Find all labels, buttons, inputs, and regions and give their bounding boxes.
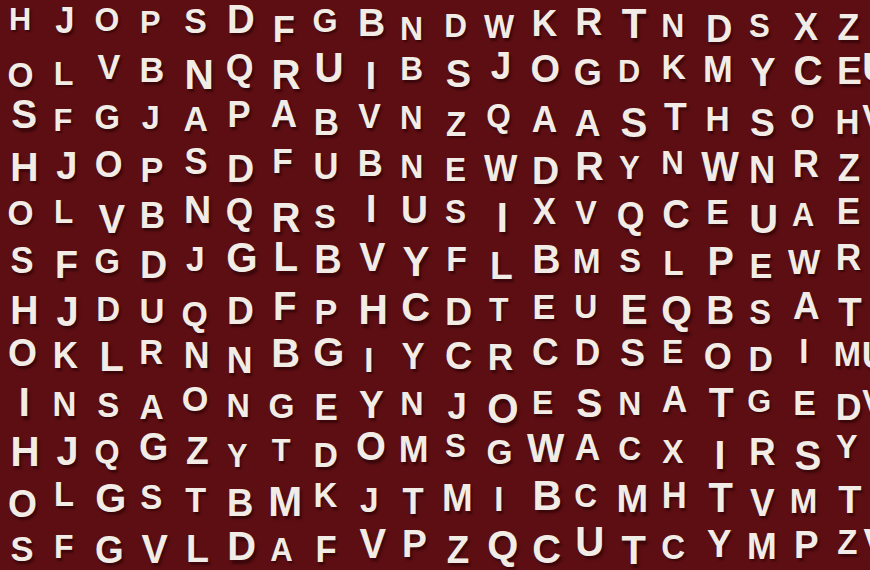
letter-cell[interactable]: T: [827, 285, 870, 333]
letter-cell[interactable]: P: [392, 523, 436, 570]
letter-cell[interactable]: D: [218, 285, 262, 333]
letter-cell[interactable]: O: [87, 143, 131, 191]
letter-cell[interactable]: Q: [609, 190, 653, 238]
letter-cell[interactable]: S: [131, 475, 175, 523]
letter-glyph: R: [836, 239, 861, 276]
letter-glyph: W: [484, 10, 513, 43]
letter-cell[interactable]: N: [218, 380, 262, 428]
letter-cell[interactable]: T: [653, 95, 697, 143]
letter-glyph: I: [364, 343, 372, 378]
letter-cell[interactable]: B: [305, 238, 349, 286]
letter-glyph: O: [487, 388, 517, 430]
letter-glyph: Y: [836, 430, 857, 463]
letter-cell[interactable]: V: [348, 523, 392, 570]
letter-cell[interactable]: C: [609, 428, 653, 476]
letter-cell[interactable]: U: [131, 285, 175, 333]
letter-glyph: S: [314, 200, 335, 234]
letter-cell[interactable]: A: [522, 95, 566, 143]
letter-cell[interactable]: I: [0, 380, 44, 428]
letter-cell[interactable]: S: [609, 95, 653, 143]
letter-cell[interactable]: Q: [174, 285, 218, 333]
letter-cell[interactable]: B: [348, 0, 392, 48]
letter-glyph: A: [531, 101, 556, 138]
letter-cell[interactable]: H: [0, 143, 44, 191]
letter-cell[interactable]: S: [609, 238, 653, 286]
letter-cell[interactable]: F: [435, 238, 479, 286]
letter-cell[interactable]: J: [131, 95, 175, 143]
letter-cell[interactable]: G: [479, 428, 523, 476]
letter-cell[interactable]: O: [783, 95, 827, 143]
letter-glyph: D: [227, 150, 253, 189]
letter-cell[interactable]: M: [392, 428, 436, 476]
letter-cell[interactable]: P: [783, 523, 827, 570]
letter-cell[interactable]: V: [87, 48, 131, 96]
letter-cell[interactable]: T: [827, 475, 870, 523]
letter-cell[interactable]: F: [44, 523, 88, 570]
letter-cell[interactable]: N: [174, 190, 218, 238]
letter-cell[interactable]: O: [522, 48, 566, 96]
letter-cell[interactable]: J: [44, 143, 88, 191]
letter-cell[interactable]: I: [696, 428, 740, 476]
letter-cell[interactable]: M: [696, 48, 740, 96]
letter-cell[interactable]: J: [44, 0, 88, 48]
letter-cell[interactable]: A: [653, 380, 697, 428]
letter-glyph: B: [140, 53, 164, 89]
letter-cell[interactable]: E: [305, 380, 349, 428]
letter-cell[interactable]: E: [609, 285, 653, 333]
letter-cell[interactable]: I: [783, 333, 827, 381]
letter-cell[interactable]: X: [522, 190, 566, 238]
letter-glyph: Q: [487, 524, 517, 565]
letter-cell[interactable]: Y: [348, 380, 392, 428]
letter-glyph: D: [445, 292, 471, 331]
letter-cell[interactable]: E: [827, 190, 870, 238]
letter-glyph: T: [185, 482, 205, 518]
letter-cell[interactable]: E: [783, 380, 827, 428]
letter-cell[interactable]: A: [566, 428, 610, 476]
letter-cell[interactable]: L: [44, 48, 88, 96]
letter-glyph: N: [227, 342, 252, 379]
letter-glyph: I: [495, 481, 503, 516]
letter-cell[interactable]: N: [392, 380, 436, 428]
letter-glyph: D: [96, 292, 119, 326]
letter-cell[interactable]: P: [218, 95, 262, 143]
letter-cell[interactable]: S: [0, 95, 44, 143]
letter-cell[interactable]: B: [522, 475, 566, 523]
letter-cell[interactable]: B: [261, 333, 305, 381]
letter-cell[interactable]: E: [435, 143, 479, 191]
letter-cell[interactable]: C: [435, 333, 479, 381]
letter-cell[interactable]: D: [566, 333, 610, 381]
letter-cell[interactable]: I: [348, 48, 392, 96]
letter-cell[interactable]: B: [522, 238, 566, 286]
letter-cell[interactable]: G: [218, 238, 262, 286]
letter-cell[interactable]: P: [131, 143, 175, 191]
letter-cell[interactable]: O: [0, 475, 44, 523]
letter-cell[interactable]: R: [740, 428, 784, 476]
letter-glyph: C: [401, 286, 429, 327]
letter-cell[interactable]: G: [87, 523, 131, 570]
letter-glyph: Z: [446, 107, 465, 141]
letter-cell[interactable]: J: [479, 48, 523, 96]
letter-cell[interactable]: V: [566, 190, 610, 238]
letter-cell[interactable]: R: [566, 0, 610, 48]
letter-cell[interactable]: O: [696, 333, 740, 381]
letter-glyph: L: [186, 529, 208, 568]
letter-glyph: L: [54, 57, 73, 90]
letter-cell[interactable]: J: [174, 238, 218, 286]
letter-cell[interactable]: N: [653, 143, 697, 191]
letter-cell[interactable]: L: [44, 475, 88, 523]
letter-cell[interactable]: W: [479, 143, 523, 191]
letter-cell[interactable]: N: [392, 143, 436, 191]
letter-cell-clipped[interactable]: U: [852, 48, 870, 96]
letter-cell[interactable]: D: [305, 428, 349, 476]
letter-cell[interactable]: S: [174, 0, 218, 48]
letter-cell[interactable]: T: [174, 475, 218, 523]
letter-glyph: Q: [95, 435, 119, 469]
letter-glyph: F: [272, 10, 293, 48]
letter-cell[interactable]: J: [44, 428, 88, 476]
letter-glyph: O: [95, 146, 122, 183]
letter-cell[interactable]: O: [174, 380, 218, 428]
letter-cell[interactable]: E: [522, 285, 566, 333]
letter-cell[interactable]: R: [479, 333, 523, 381]
letter-glyph: D: [227, 526, 255, 567]
letter-cell[interactable]: A: [566, 95, 610, 143]
letter-glyph: S: [620, 102, 646, 144]
letter-cell[interactable]: Y: [740, 48, 784, 96]
letter-cell[interactable]: D: [218, 0, 262, 48]
letter-glyph: J: [55, 3, 73, 39]
letter-cell[interactable]: T: [609, 0, 653, 48]
letter-cell[interactable]: J: [435, 380, 479, 428]
letter-cell[interactable]: M: [783, 475, 827, 523]
letter-cell[interactable]: H: [348, 285, 392, 333]
letter-cell[interactable]: F: [261, 143, 305, 191]
letter-cell[interactable]: G: [87, 95, 131, 143]
letter-cell[interactable]: H: [696, 95, 740, 143]
letter-cell[interactable]: K: [305, 475, 349, 523]
letter-cell[interactable]: D: [218, 523, 262, 570]
letter-cell[interactable]: Q: [87, 428, 131, 476]
letter-cell[interactable]: D: [609, 48, 653, 96]
letter-cell[interactable]: V: [87, 190, 131, 238]
letter-cell[interactable]: F: [261, 285, 305, 333]
letter-cell[interactable]: Q: [218, 190, 262, 238]
letter-cell[interactable]: E: [653, 333, 697, 381]
letter-glyph: N: [661, 147, 683, 179]
letter-cell[interactable]: N: [392, 0, 436, 48]
letter-glyph: N: [749, 152, 774, 190]
letter-cell[interactable]: S: [87, 380, 131, 428]
letter-cell[interactable]: U: [305, 143, 349, 191]
letter-glyph: Q: [486, 100, 510, 133]
letter-glyph: J: [491, 47, 511, 85]
letter-cell[interactable]: W: [696, 143, 740, 191]
letter-cell[interactable]: S: [566, 380, 610, 428]
letter-cell[interactable]: E: [696, 190, 740, 238]
letter-cell[interactable]: R: [131, 333, 175, 381]
letter-cell[interactable]: S: [783, 428, 827, 476]
letter-cell[interactable]: Z: [827, 0, 870, 48]
letter-cell[interactable]: Z: [435, 95, 479, 143]
letter-cell[interactable]: J: [44, 285, 88, 333]
letter-cell[interactable]: N: [218, 333, 262, 381]
letter-cell[interactable]: G: [305, 0, 349, 48]
letter-glyph: I: [714, 435, 724, 476]
letter-cell[interactable]: S: [740, 285, 784, 333]
letter-cell[interactable]: O: [479, 380, 523, 428]
letter-cell[interactable]: U: [566, 285, 610, 333]
letter-cell[interactable]: X: [783, 0, 827, 48]
letter-glyph: S: [97, 387, 118, 422]
letter-cell[interactable]: M: [435, 475, 479, 523]
letter-glyph: Z: [838, 9, 859, 46]
letter-cell[interactable]: L: [44, 190, 88, 238]
letter-cell[interactable]: G: [131, 428, 175, 476]
letter-cell[interactable]: S: [0, 238, 44, 286]
letter-cell[interactable]: D: [218, 143, 262, 191]
letter-cell[interactable]: M: [740, 523, 784, 570]
letter-cell[interactable]: Y: [392, 238, 436, 286]
letter-cell[interactable]: P: [131, 0, 175, 48]
letter-cell[interactable]: Y: [609, 143, 653, 191]
letter-cell[interactable]: K: [44, 333, 88, 381]
letter-cell[interactable]: F: [44, 95, 88, 143]
letter-cell[interactable]: S: [0, 523, 44, 570]
letter-cell[interactable]: A: [174, 95, 218, 143]
letter-cell[interactable]: D: [522, 143, 566, 191]
letter-cell[interactable]: T: [696, 475, 740, 523]
letter-cell[interactable]: Z: [827, 143, 870, 191]
letter-glyph: B: [400, 53, 422, 86]
letter-glyph: D: [575, 334, 600, 371]
letter-cell[interactable]: A: [261, 95, 305, 143]
letter-cell[interactable]: B: [305, 95, 349, 143]
letter-cell[interactable]: N: [174, 333, 218, 381]
letter-cell[interactable]: L: [479, 238, 523, 286]
letter-cell[interactable]: Q: [218, 48, 262, 96]
letter-cell[interactable]: F: [305, 523, 349, 570]
letter-cell[interactable]: C: [522, 333, 566, 381]
letter-cell[interactable]: S: [435, 190, 479, 238]
letter-glyph: K: [531, 5, 556, 41]
letter-glyph: Y: [227, 440, 247, 472]
letter-glyph: G: [95, 245, 120, 279]
letter-cell[interactable]: K: [653, 48, 697, 96]
letter-cell[interactable]: S: [174, 143, 218, 191]
letter-cell[interactable]: D: [131, 238, 175, 286]
letter-cell[interactable]: R: [566, 143, 610, 191]
letter-glyph: U: [749, 198, 777, 239]
letter-cell[interactable]: Q: [479, 523, 523, 570]
letter-cell[interactable]: R: [783, 143, 827, 191]
letter-cell[interactable]: T: [392, 475, 436, 523]
letter-cell[interactable]: G: [87, 475, 131, 523]
letter-cell[interactable]: E: [740, 238, 784, 286]
letter-cell[interactable]: Z: [174, 428, 218, 476]
letter-cell[interactable]: T: [261, 428, 305, 476]
letter-glyph: T: [838, 292, 860, 332]
letter-cell[interactable]: H: [0, 285, 44, 333]
letter-cell[interactable]: A: [783, 285, 827, 333]
letter-cell[interactable]: S: [435, 48, 479, 96]
letter-glyph: L: [663, 247, 683, 282]
letter-glyph: T: [621, 3, 645, 45]
letter-cell[interactable]: W: [783, 238, 827, 286]
letter-cell[interactable]: L: [261, 238, 305, 286]
letter-cell[interactable]: R: [827, 238, 870, 286]
letter-cell-clipped[interactable]: V: [852, 380, 870, 428]
letter-cell[interactable]: B: [131, 48, 175, 96]
letter-cell[interactable]: Q: [653, 285, 697, 333]
letter-cell[interactable]: V: [131, 523, 175, 570]
letter-cell[interactable]: S: [435, 428, 479, 476]
letter-cell[interactable]: R: [261, 190, 305, 238]
letter-cell[interactable]: H: [0, 0, 44, 48]
letter-cell[interactable]: M: [566, 238, 610, 286]
letter-cell[interactable]: G: [305, 333, 349, 381]
letter-cell[interactable]: J: [348, 475, 392, 523]
letter-cell[interactable]: Y: [696, 523, 740, 570]
letter-cell[interactable]: O: [348, 428, 392, 476]
letter-cell[interactable]: T: [609, 523, 653, 570]
letter-cell[interactable]: G: [261, 380, 305, 428]
letter-cell[interactable]: B: [131, 190, 175, 238]
letter-glyph: V: [98, 197, 124, 238]
letter-cell[interactable]: E: [522, 380, 566, 428]
letter-cell[interactable]: N: [392, 95, 436, 143]
letter-cell[interactable]: D: [740, 333, 784, 381]
letter-cell[interactable]: D: [87, 285, 131, 333]
letter-cell[interactable]: B: [218, 475, 262, 523]
letter-cell[interactable]: T: [696, 380, 740, 428]
letter-cell[interactable]: I: [348, 190, 392, 238]
letter-cell[interactable]: F: [261, 0, 305, 48]
letter-cell[interactable]: U: [392, 190, 436, 238]
letter-cell[interactable]: M: [609, 475, 653, 523]
letter-cell[interactable]: Y: [827, 428, 870, 476]
letter-cell[interactable]: S: [609, 333, 653, 381]
letter-cell[interactable]: Y: [218, 428, 262, 476]
letter-cell[interactable]: O: [0, 333, 44, 381]
letter-cell[interactable]: C: [783, 48, 827, 96]
letter-glyph: H: [10, 147, 37, 188]
letter-cell[interactable]: V: [348, 238, 392, 286]
letter-cell[interactable]: I: [348, 333, 392, 381]
letter-cell[interactable]: S: [740, 0, 784, 48]
letter-cell[interactable]: S: [740, 95, 784, 143]
letter-cell[interactable]: N: [653, 0, 697, 48]
letter-cell[interactable]: G: [87, 238, 131, 286]
letter-cell[interactable]: I: [479, 475, 523, 523]
letter-cell[interactable]: B: [696, 285, 740, 333]
letter-cell[interactable]: D: [435, 0, 479, 48]
letter-glyph: D: [532, 152, 558, 191]
letter-glyph: C: [445, 336, 471, 375]
letter-cell[interactable]: C: [392, 285, 436, 333]
letter-cell[interactable]: P: [696, 238, 740, 286]
letter-cell[interactable]: V: [740, 475, 784, 523]
letter-cell[interactable]: W: [522, 428, 566, 476]
letter-cell[interactable]: N: [174, 48, 218, 96]
letter-cell[interactable]: C: [522, 523, 566, 570]
letter-cell[interactable]: A: [131, 380, 175, 428]
letter-cell[interactable]: V: [348, 95, 392, 143]
letter-cell[interactable]: O: [87, 0, 131, 48]
letter-cell[interactable]: F: [44, 238, 88, 286]
letter-glyph: T: [489, 292, 508, 325]
letter-glyph: O: [357, 427, 386, 467]
letter-glyph: O: [182, 381, 208, 416]
letter-cell[interactable]: H: [653, 475, 697, 523]
letter-glyph: A: [792, 198, 813, 230]
letter-cell[interactable]: N: [609, 380, 653, 428]
letter-cell[interactable]: B: [348, 143, 392, 191]
letter-cell[interactable]: T: [479, 285, 523, 333]
letter-cell[interactable]: L: [174, 523, 218, 570]
letter-cell[interactable]: K: [522, 0, 566, 48]
letter-cell[interactable]: P: [305, 285, 349, 333]
letter-cell[interactable]: C: [566, 475, 610, 523]
letter-cell[interactable]: D: [696, 0, 740, 48]
letter-glyph: P: [140, 5, 160, 37]
letter-cell[interactable]: G: [566, 48, 610, 96]
letter-cell[interactable]: L: [653, 238, 697, 286]
letter-cell[interactable]: C: [653, 190, 697, 238]
letter-glyph: M: [790, 484, 817, 519]
letter-cell[interactable]: W: [479, 0, 523, 48]
letter-cell[interactable]: U: [740, 190, 784, 238]
letter-cell[interactable]: O: [0, 48, 44, 96]
letter-cell[interactable]: M: [261, 475, 305, 523]
letter-glyph: A: [575, 429, 600, 466]
letter-cell[interactable]: O: [0, 190, 44, 238]
letter-glyph: S: [794, 434, 820, 476]
letter-cell[interactable]: I: [479, 190, 523, 238]
letter-cell[interactable]: Z: [435, 523, 479, 570]
letter-glyph: H: [9, 3, 30, 35]
letter-cell-clipped[interactable]: V: [852, 95, 870, 143]
letter-cell[interactable]: R: [261, 48, 305, 96]
letter-cell[interactable]: S: [305, 190, 349, 238]
letter-cell[interactable]: Q: [479, 95, 523, 143]
letter-glyph: Y: [618, 153, 638, 185]
letter-cell[interactable]: Y: [392, 333, 436, 381]
letter-cell-clipped[interactable]: U: [852, 333, 870, 381]
letter-cell[interactable]: D: [435, 285, 479, 333]
letter-cell[interactable]: U: [305, 48, 349, 96]
letter-cell[interactable]: G: [740, 380, 784, 428]
letter-cell[interactable]: X: [653, 428, 697, 476]
letter-cell-clipped[interactable]: V: [852, 523, 870, 570]
letter-glyph: A: [270, 95, 295, 133]
letter-cell[interactable]: N: [740, 143, 784, 191]
letter-glyph: S: [445, 430, 465, 463]
letter-glyph: G: [95, 531, 123, 569]
letter-cell[interactable]: A: [261, 523, 305, 570]
letter-cell[interactable]: B: [392, 48, 436, 96]
letter-cell[interactable]: L: [87, 333, 131, 381]
letter-cell[interactable]: C: [653, 523, 697, 570]
letter-glyph: G: [269, 388, 294, 423]
letter-cell[interactable]: N: [44, 380, 88, 428]
letter-cell[interactable]: H: [0, 428, 44, 476]
letter-glyph: G: [96, 477, 126, 518]
letter-cell[interactable]: A: [783, 190, 827, 238]
letter-cell[interactable]: U: [566, 523, 610, 570]
